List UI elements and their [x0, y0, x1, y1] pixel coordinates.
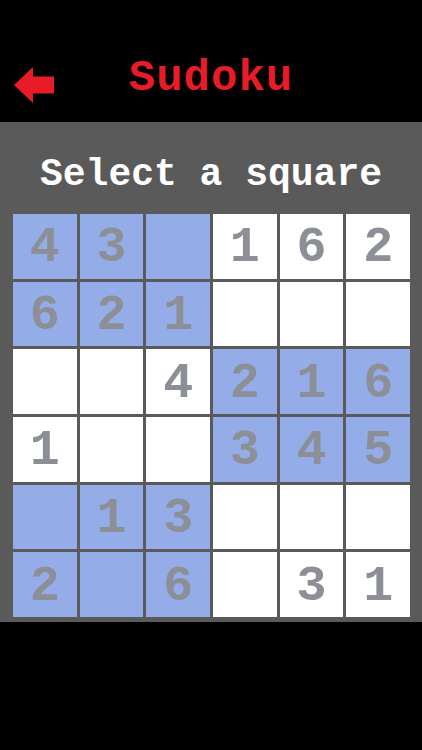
cell-r5c6[interactable]	[346, 485, 410, 550]
cell-r5c2[interactable]: 1	[80, 485, 144, 550]
cell-r3c4[interactable]: 2	[213, 349, 277, 414]
page-title: Sudoku	[0, 56, 422, 100]
app-screen: Sudoku Select a square 43162621421613451…	[0, 0, 422, 750]
cell-r1c4[interactable]: 1	[213, 214, 277, 279]
cell-r5c4[interactable]	[213, 485, 277, 550]
cell-r2c2[interactable]: 2	[80, 282, 144, 347]
cell-r1c1[interactable]: 4	[13, 214, 77, 279]
cell-r2c5[interactable]	[280, 282, 344, 347]
cell-r2c1[interactable]: 6	[13, 282, 77, 347]
cell-r2c4[interactable]	[213, 282, 277, 347]
cell-r2c6[interactable]	[346, 282, 410, 347]
cell-r1c2[interactable]: 3	[80, 214, 144, 279]
cell-r4c2[interactable]	[80, 417, 144, 482]
cell-r6c2[interactable]	[80, 552, 144, 617]
cell-r4c3[interactable]	[146, 417, 210, 482]
cell-r4c5[interactable]: 4	[280, 417, 344, 482]
bottom-black-area	[0, 622, 422, 750]
game-panel: Select a square 4316262142161345132631	[0, 122, 422, 622]
cell-r4c6[interactable]: 5	[346, 417, 410, 482]
cell-r4c1[interactable]: 1	[13, 417, 77, 482]
cell-r3c2[interactable]	[80, 349, 144, 414]
cell-r1c6[interactable]: 2	[346, 214, 410, 279]
cell-r2c3[interactable]: 1	[146, 282, 210, 347]
cell-r5c1[interactable]	[13, 485, 77, 550]
cell-r6c5[interactable]: 3	[280, 552, 344, 617]
cell-r3c1[interactable]	[13, 349, 77, 414]
cell-r6c3[interactable]: 6	[146, 552, 210, 617]
cell-r6c4[interactable]	[213, 552, 277, 617]
cell-r1c3[interactable]	[146, 214, 210, 279]
cell-r1c5[interactable]: 6	[280, 214, 344, 279]
cell-r4c4[interactable]: 3	[213, 417, 277, 482]
prompt-text: Select a square	[0, 156, 422, 194]
cell-r3c6[interactable]: 6	[346, 349, 410, 414]
cell-r5c3[interactable]: 3	[146, 485, 210, 550]
cell-r6c1[interactable]: 2	[13, 552, 77, 617]
cell-r5c5[interactable]	[280, 485, 344, 550]
cell-r3c5[interactable]: 1	[280, 349, 344, 414]
cell-r6c6[interactable]: 1	[346, 552, 410, 617]
header-bar: Sudoku	[0, 0, 422, 122]
cell-r3c3[interactable]: 4	[146, 349, 210, 414]
sudoku-grid: 4316262142161345132631	[13, 214, 410, 617]
